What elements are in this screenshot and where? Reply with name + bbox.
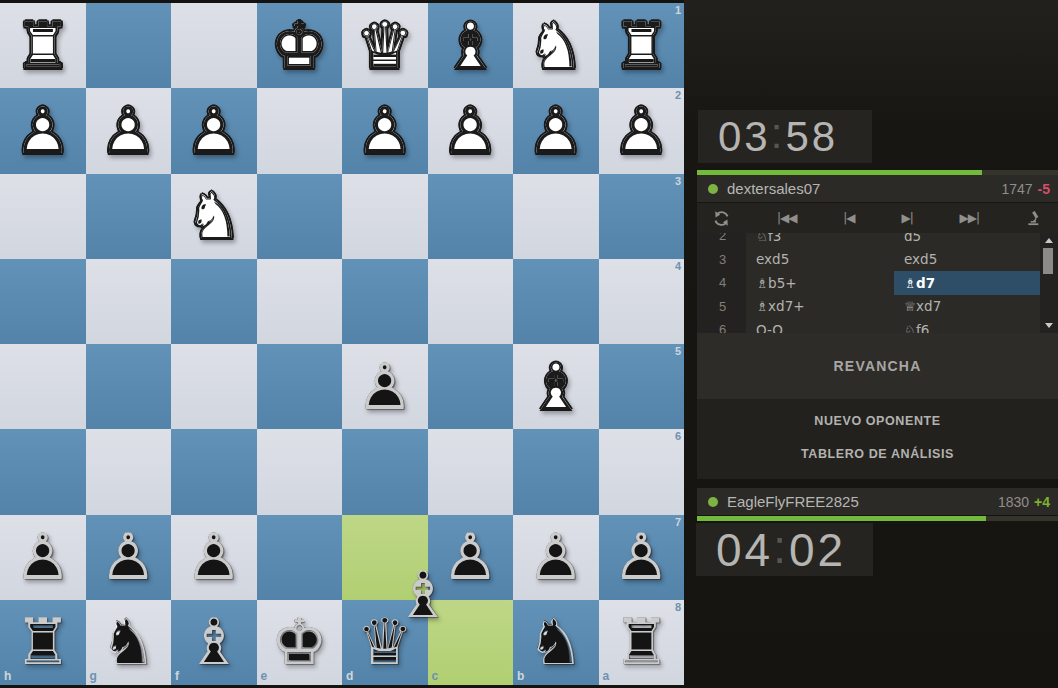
white-pawn[interactable]: ♟ xyxy=(342,88,428,173)
square-b1[interactable]: ♞ xyxy=(513,3,599,88)
square-c1[interactable]: ♝ xyxy=(428,3,514,88)
rank-label: 2 xyxy=(675,89,681,101)
opponent-name[interactable]: dextersales07 xyxy=(727,180,1001,197)
opponent-rating: 1747 xyxy=(1001,181,1032,197)
first-move-button[interactable]: |◀◀ xyxy=(777,212,797,224)
square-e6[interactable] xyxy=(257,429,343,514)
move-row: 4♗b5+♗d7 xyxy=(697,271,1040,295)
square-g5[interactable] xyxy=(86,344,172,429)
rank-label: 1 xyxy=(675,4,681,16)
board-area: ♜♚♛♝♞♜1♟♟♟♟♟♟♟2♞34♟♝56♟♟♟♝♟♟♟7♜h♞g♝f♚e♛d… xyxy=(0,0,684,688)
move-nav-bar: |◀◀ |◀ ▶| ▶▶| xyxy=(697,203,1058,233)
move-black[interactable]: ♗d7 xyxy=(894,271,1040,295)
square-e5[interactable] xyxy=(257,344,343,429)
move-list-rows: 2♘f3d53exd5exd54♗b5+♗d75♗xd7+♕xd76O-O♘f6 xyxy=(697,233,1040,333)
square-g1[interactable] xyxy=(86,3,172,88)
white-pawn[interactable]: ♟ xyxy=(86,88,172,173)
black-pawn[interactable]: ♟ xyxy=(342,344,428,429)
square-h8[interactable]: ♜h xyxy=(0,600,86,685)
move-white[interactable]: O-O xyxy=(746,318,894,333)
move-black[interactable]: exd5 xyxy=(894,248,1040,272)
move-number: 5 xyxy=(697,295,746,319)
file-label: f xyxy=(175,669,179,683)
online-status-dot xyxy=(708,497,718,507)
scroll-down-icon[interactable] xyxy=(1045,323,1053,328)
file-label: e xyxy=(261,669,268,683)
rematch-button[interactable]: REVANCHA xyxy=(697,333,1058,399)
rank-label: 3 xyxy=(675,175,681,187)
analysis-button[interactable] xyxy=(1026,210,1042,226)
square-b6[interactable] xyxy=(513,429,599,514)
rank-label: 4 xyxy=(675,260,681,272)
square-d5[interactable]: ♟ xyxy=(342,344,428,429)
white-pawn[interactable]: ♟ xyxy=(171,88,257,173)
square-f7[interactable]: ♟ xyxy=(171,515,257,600)
file-label: h xyxy=(4,669,11,683)
square-d7[interactable]: ♝ xyxy=(342,515,428,600)
square-f6[interactable] xyxy=(171,429,257,514)
last-move-button[interactable]: ▶▶| xyxy=(960,212,980,224)
white-knight[interactable]: ♞ xyxy=(513,3,599,88)
move-number: 2 xyxy=(697,233,746,248)
analysis-microscope-icon xyxy=(1026,210,1042,226)
black-rook[interactable]: ♜ xyxy=(0,600,86,685)
square-e7[interactable] xyxy=(257,515,343,600)
white-pawn[interactable]: ♟ xyxy=(0,88,86,173)
online-status-dot xyxy=(708,184,718,194)
square-e8[interactable]: ♚e xyxy=(257,600,343,685)
square-b7[interactable]: ♟ xyxy=(513,515,599,600)
black-bishop[interactable]: ♝ xyxy=(171,600,257,685)
square-e3[interactable] xyxy=(257,174,343,259)
next-move-button[interactable]: ▶| xyxy=(901,212,912,224)
black-pawn[interactable]: ♟ xyxy=(171,515,257,600)
previous-move-button[interactable]: |◀ xyxy=(843,212,854,224)
square-h2[interactable]: ♟ xyxy=(0,88,86,173)
white-knight[interactable]: ♞ xyxy=(171,174,257,259)
square-c5[interactable] xyxy=(428,344,514,429)
black-pawn[interactable]: ♟ xyxy=(86,515,172,600)
rank-label: 7 xyxy=(675,516,681,528)
square-a2[interactable]: ♟2 xyxy=(599,88,685,173)
black-knight[interactable]: ♞ xyxy=(513,600,599,685)
black-bishop[interactable]: ♝ xyxy=(380,553,466,638)
black-knight[interactable]: ♞ xyxy=(86,600,172,685)
flip-board-button[interactable] xyxy=(713,210,730,227)
move-white[interactable]: ♗xd7+ xyxy=(746,295,894,319)
player-time-bar xyxy=(697,516,1058,521)
square-g4[interactable] xyxy=(86,259,172,344)
square-g7[interactable]: ♟ xyxy=(86,515,172,600)
file-label: a xyxy=(603,669,610,683)
move-number: 4 xyxy=(697,271,746,295)
square-a8[interactable]: ♜a8 xyxy=(599,600,685,685)
square-e1[interactable]: ♚ xyxy=(257,3,343,88)
square-a6[interactable]: 6 xyxy=(599,429,685,514)
clock-colon: : xyxy=(773,520,789,574)
square-e2[interactable] xyxy=(257,88,343,173)
square-h5[interactable] xyxy=(0,344,86,429)
new-opponent-button[interactable]: NUEVO OPONENTE xyxy=(814,414,940,428)
square-d3[interactable] xyxy=(342,174,428,259)
square-f1[interactable] xyxy=(171,3,257,88)
square-a4[interactable]: 4 xyxy=(599,259,685,344)
rank-label: 5 xyxy=(675,345,681,357)
file-label: d xyxy=(346,669,353,683)
square-f5[interactable] xyxy=(171,344,257,429)
scrollbar-thumb[interactable] xyxy=(1043,248,1053,274)
square-a1[interactable]: ♜1 xyxy=(599,3,685,88)
white-queen[interactable]: ♛ xyxy=(342,3,428,88)
square-f8[interactable]: ♝f xyxy=(171,600,257,685)
flip-board-icon xyxy=(713,210,730,227)
player-name[interactable]: EagleFlyFREE2825 xyxy=(727,493,998,510)
square-h4[interactable] xyxy=(0,259,86,344)
game-sidebar: 03:58 dextersales07 1747 -5 |◀◀ |◀ ▶| ▶▶… xyxy=(684,0,1058,688)
square-g2[interactable]: ♟ xyxy=(86,88,172,173)
square-h7[interactable]: ♟ xyxy=(0,515,86,600)
player-rating: 1830 xyxy=(998,494,1029,510)
white-bishop[interactable]: ♝ xyxy=(428,3,514,88)
move-black[interactable]: d5 xyxy=(894,233,1040,248)
square-a3[interactable]: 3 xyxy=(599,174,685,259)
square-b8[interactable]: ♞b xyxy=(513,600,599,685)
square-d6[interactable] xyxy=(342,429,428,514)
opponent-clock: 03:58 xyxy=(698,110,872,163)
move-row: 6O-O♘f6 xyxy=(697,318,1040,333)
square-a7[interactable]: ♟7 xyxy=(599,515,685,600)
square-g6[interactable] xyxy=(86,429,172,514)
file-label: c xyxy=(432,669,439,683)
square-c4[interactable] xyxy=(428,259,514,344)
rank-label: 6 xyxy=(675,430,681,442)
black-king[interactable]: ♚ xyxy=(257,600,343,685)
white-rook[interactable]: ♜ xyxy=(0,3,86,88)
move-white[interactable]: ♘f3 xyxy=(746,233,894,248)
square-d1[interactable]: ♛ xyxy=(342,3,428,88)
opponent-clock-minutes: 03 xyxy=(718,113,771,161)
white-pawn[interactable]: ♟ xyxy=(513,88,599,173)
square-b5[interactable]: ♝ xyxy=(513,344,599,429)
player-clock: 04:02 xyxy=(696,523,873,576)
square-h1[interactable]: ♜ xyxy=(0,3,86,88)
move-list: 2♘f3d53exd5exd54♗b5+♗d75♗xd7+♕xd76O-O♘f6 xyxy=(697,233,1058,333)
opponent-rating-diff: -5 xyxy=(1038,181,1050,197)
move-list-scrollbar xyxy=(1042,233,1056,333)
move-number: 6 xyxy=(697,318,746,333)
player-clock-minutes: 04 xyxy=(716,523,773,577)
square-b2[interactable]: ♟ xyxy=(513,88,599,173)
move-number: 3 xyxy=(697,248,746,272)
move-black[interactable]: ♕xd7 xyxy=(894,295,1040,319)
square-f4[interactable] xyxy=(171,259,257,344)
square-d4[interactable] xyxy=(342,259,428,344)
move-row: 5♗xd7+♕xd7 xyxy=(697,295,1040,319)
square-e4[interactable] xyxy=(257,259,343,344)
post-game-links: NUEVO OPONENTE TABLERO DE ANÁLISIS xyxy=(697,399,1058,479)
square-b3[interactable] xyxy=(513,174,599,259)
black-pawn[interactable]: ♟ xyxy=(0,515,86,600)
file-label: b xyxy=(517,669,524,683)
clock-colon: : xyxy=(771,110,786,158)
square-a5[interactable]: 5 xyxy=(599,344,685,429)
opponent-clock-seconds: 58 xyxy=(785,113,838,161)
black-rook[interactable]: ♜ xyxy=(599,600,685,685)
analysis-board-button[interactable]: TABLERO DE ANÁLISIS xyxy=(801,447,954,461)
black-pawn[interactable]: ♟ xyxy=(513,515,599,600)
white-bishop[interactable]: ♝ xyxy=(513,344,599,429)
scroll-up-icon[interactable] xyxy=(1045,238,1053,243)
white-king[interactable]: ♚ xyxy=(257,3,343,88)
square-b4[interactable] xyxy=(513,259,599,344)
square-g8[interactable]: ♞g xyxy=(86,600,172,685)
move-row: 3exd5exd5 xyxy=(697,248,1040,272)
move-white[interactable]: ♗b5+ xyxy=(746,271,894,295)
square-f3[interactable]: ♞ xyxy=(171,174,257,259)
move-row: 2♘f3d5 xyxy=(697,233,1040,248)
square-h3[interactable] xyxy=(0,174,86,259)
rank-label: 8 xyxy=(675,601,681,613)
white-pawn[interactable]: ♟ xyxy=(428,88,514,173)
player-rating-diff: +4 xyxy=(1034,494,1050,510)
move-black[interactable]: ♘f6 xyxy=(894,318,1040,333)
player-row: EagleFlyFREE2825 1830 +4 xyxy=(697,488,1058,515)
square-g3[interactable] xyxy=(86,174,172,259)
square-c6[interactable] xyxy=(428,429,514,514)
white-pawn[interactable]: ♟ xyxy=(599,88,685,173)
player-clock-seconds: 02 xyxy=(789,523,846,577)
white-rook[interactable]: ♜ xyxy=(599,3,685,88)
square-d2[interactable]: ♟ xyxy=(342,88,428,173)
player-time-bar-fill xyxy=(697,516,986,521)
black-pawn[interactable]: ♟ xyxy=(599,515,685,600)
chess-board[interactable]: ♜♚♛♝♞♜1♟♟♟♟♟♟♟2♞34♟♝56♟♟♟♝♟♟♟7♜h♞g♝f♚e♛d… xyxy=(0,3,684,685)
move-white[interactable]: exd5 xyxy=(746,248,894,272)
square-c3[interactable] xyxy=(428,174,514,259)
square-h6[interactable] xyxy=(0,429,86,514)
square-f2[interactable]: ♟ xyxy=(171,88,257,173)
file-label: g xyxy=(90,669,97,683)
square-c2[interactable]: ♟ xyxy=(428,88,514,173)
opponent-row: dextersales07 1747 -5 xyxy=(697,175,1058,202)
